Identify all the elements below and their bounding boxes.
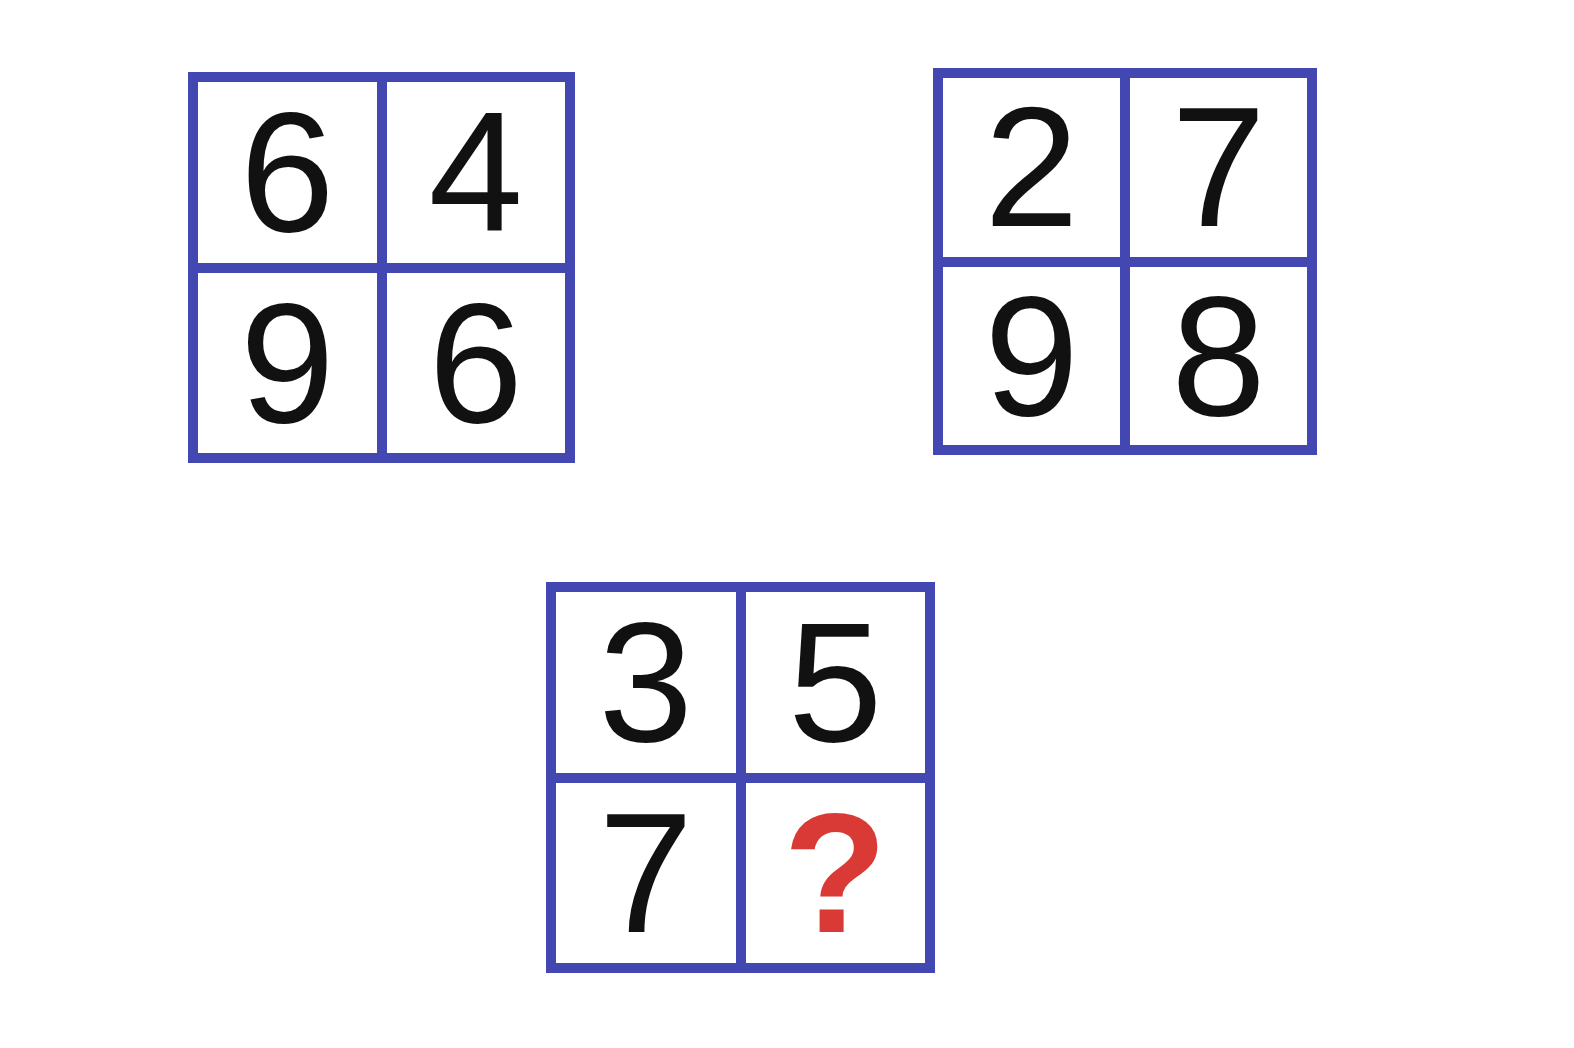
grid-c-cell-r1c1: 3 [556,592,736,773]
grid-a-cell-r2c1: 9 [198,273,377,454]
grid-c-cell-r2c2-unknown-mark: ? [746,783,926,964]
puzzle-grid-bottom-center: 3 5 7 ? [546,582,935,973]
grid-b-cell-r2c1: 9 [943,267,1120,446]
puzzle-grid-top-left: 6 4 9 6 [188,72,575,463]
grid-b-cell-r2c2: 8 [1130,267,1307,446]
grid-c-cell-r2c1: 7 [556,783,736,964]
grid-b-cell-r1c1: 2 [943,78,1120,257]
grid-a-cell-r2c2: 6 [387,273,566,454]
grid-b-cell-r1c2: 7 [1130,78,1307,257]
grid-a-cell-r1c2: 4 [387,82,566,263]
grid-c-cell-r1c2: 5 [746,592,926,773]
grid-a-cell-r1c1: 6 [198,82,377,263]
puzzle-grid-top-right: 2 7 9 8 [933,68,1317,455]
